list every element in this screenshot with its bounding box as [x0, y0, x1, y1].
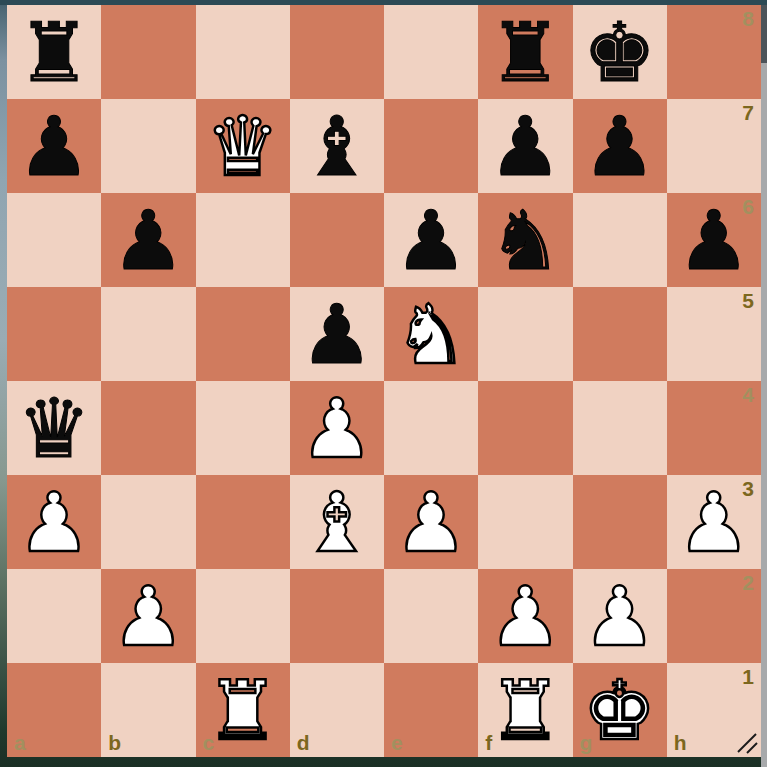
- square-c4[interactable]: [196, 381, 290, 475]
- square-g5[interactable]: [573, 287, 667, 381]
- square-f4[interactable]: [478, 381, 572, 475]
- square-f3[interactable]: [478, 475, 572, 569]
- piece-black-rook[interactable]: ♜: [17, 6, 91, 100]
- piece-black-king[interactable]: ♚: [583, 6, 657, 100]
- square-d8[interactable]: [290, 5, 384, 99]
- square-e6[interactable]: ♟: [384, 193, 478, 287]
- file-label-c: c: [203, 732, 215, 753]
- square-b7[interactable]: [101, 99, 195, 193]
- rank-label-5: 5: [742, 290, 754, 311]
- square-d1[interactable]: d: [290, 663, 384, 757]
- square-d2[interactable]: [290, 569, 384, 663]
- square-d7[interactable]: ♝: [290, 99, 384, 193]
- square-g6[interactable]: [573, 193, 667, 287]
- square-g7[interactable]: ♟: [573, 99, 667, 193]
- square-g8[interactable]: ♚: [573, 5, 667, 99]
- piece-black-queen[interactable]: ♛: [17, 382, 91, 476]
- piece-white-queen[interactable]: ♛: [206, 100, 280, 194]
- piece-black-pawn[interactable]: ♟: [489, 100, 563, 194]
- piece-black-pawn[interactable]: ♟: [300, 288, 374, 382]
- piece-white-pawn[interactable]: ♟: [112, 570, 186, 664]
- square-e7[interactable]: [384, 99, 478, 193]
- piece-white-pawn[interactable]: ♟: [489, 570, 563, 664]
- square-b3[interactable]: [101, 475, 195, 569]
- square-b1[interactable]: b: [101, 663, 195, 757]
- rank-label-3: 3: [742, 478, 754, 499]
- rank-label-8: 8: [742, 8, 754, 29]
- piece-white-bishop[interactable]: ♝: [300, 476, 374, 570]
- piece-black-pawn[interactable]: ♟: [677, 194, 751, 288]
- piece-black-knight[interactable]: ♞: [489, 194, 563, 288]
- square-g4[interactable]: [573, 381, 667, 475]
- square-d5[interactable]: ♟: [290, 287, 384, 381]
- square-a1[interactable]: a: [7, 663, 101, 757]
- square-b2[interactable]: ♟: [101, 569, 195, 663]
- square-h6[interactable]: ♟6: [667, 193, 761, 287]
- file-label-e: e: [391, 732, 403, 753]
- square-e8[interactable]: [384, 5, 478, 99]
- piece-black-rook[interactable]: ♜: [489, 6, 563, 100]
- piece-black-pawn[interactable]: ♟: [17, 100, 91, 194]
- square-a7[interactable]: ♟: [7, 99, 101, 193]
- square-b6[interactable]: ♟: [101, 193, 195, 287]
- square-f2[interactable]: ♟: [478, 569, 572, 663]
- square-e4[interactable]: [384, 381, 478, 475]
- square-h5[interactable]: 5: [667, 287, 761, 381]
- square-g2[interactable]: ♟: [573, 569, 667, 663]
- file-label-g: g: [580, 732, 593, 753]
- piece-white-pawn[interactable]: ♟: [583, 570, 657, 664]
- file-label-b: b: [108, 732, 121, 753]
- square-d3[interactable]: ♝: [290, 475, 384, 569]
- square-h2[interactable]: 2: [667, 569, 761, 663]
- scrollbar[interactable]: [761, 5, 767, 767]
- file-label-d: d: [297, 732, 310, 753]
- square-f5[interactable]: [478, 287, 572, 381]
- square-g1[interactable]: ♚g: [573, 663, 667, 757]
- rank-label-6: 6: [742, 196, 754, 217]
- piece-white-pawn[interactable]: ♟: [300, 382, 374, 476]
- square-h1[interactable]: h1: [667, 663, 761, 757]
- rank-label-1: 1: [742, 666, 754, 687]
- square-a5[interactable]: [7, 287, 101, 381]
- square-c1[interactable]: ♜c: [196, 663, 290, 757]
- square-f6[interactable]: ♞: [478, 193, 572, 287]
- square-c2[interactable]: [196, 569, 290, 663]
- square-b4[interactable]: [101, 381, 195, 475]
- square-h8[interactable]: 8: [667, 5, 761, 99]
- file-label-f: f: [485, 732, 492, 753]
- piece-white-pawn[interactable]: ♟: [17, 476, 91, 570]
- square-b5[interactable]: [101, 287, 195, 381]
- rank-label-4: 4: [742, 384, 754, 405]
- square-e1[interactable]: e: [384, 663, 478, 757]
- piece-black-pawn[interactable]: ♟: [394, 194, 468, 288]
- piece-black-bishop[interactable]: ♝: [300, 100, 374, 194]
- chess-board[interactable]: ♜♜♚8♟♛♝♟♟7♟♟♞♟6♟♞5♛♟4♟♝♟♟3♟♟♟2ab♜cde♜f♚g…: [7, 5, 761, 757]
- square-f7[interactable]: ♟: [478, 99, 572, 193]
- scrollbar-thumb[interactable]: [761, 5, 767, 63]
- square-h3[interactable]: ♟3: [667, 475, 761, 569]
- square-h4[interactable]: 4: [667, 381, 761, 475]
- square-h7[interactable]: 7: [667, 99, 761, 193]
- resize-handle-icon[interactable]: [735, 731, 759, 755]
- square-c3[interactable]: [196, 475, 290, 569]
- square-e2[interactable]: [384, 569, 478, 663]
- square-e3[interactable]: ♟: [384, 475, 478, 569]
- square-a8[interactable]: ♜: [7, 5, 101, 99]
- square-c8[interactable]: [196, 5, 290, 99]
- piece-black-pawn[interactable]: ♟: [112, 194, 186, 288]
- square-f1[interactable]: ♜f: [478, 663, 572, 757]
- square-a4[interactable]: ♛: [7, 381, 101, 475]
- piece-white-knight[interactable]: ♞: [394, 288, 468, 382]
- piece-white-pawn[interactable]: ♟: [394, 476, 468, 570]
- square-c6[interactable]: [196, 193, 290, 287]
- square-c5[interactable]: [196, 287, 290, 381]
- piece-white-king[interactable]: ♚: [583, 664, 657, 758]
- square-d4[interactable]: ♟: [290, 381, 384, 475]
- file-label-a: a: [14, 732, 26, 753]
- piece-white-pawn[interactable]: ♟: [677, 476, 751, 570]
- piece-white-rook[interactable]: ♜: [489, 664, 563, 758]
- square-b8[interactable]: [101, 5, 195, 99]
- square-d6[interactable]: [290, 193, 384, 287]
- piece-white-rook[interactable]: ♜: [206, 664, 280, 758]
- square-c7[interactable]: ♛: [196, 99, 290, 193]
- rank-label-2: 2: [742, 572, 754, 593]
- square-a6[interactable]: [7, 193, 101, 287]
- square-e5[interactable]: ♞: [384, 287, 478, 381]
- square-f8[interactable]: ♜: [478, 5, 572, 99]
- file-label-h: h: [674, 732, 687, 753]
- piece-black-pawn[interactable]: ♟: [583, 100, 657, 194]
- rank-label-7: 7: [742, 102, 754, 123]
- square-g3[interactable]: [573, 475, 667, 569]
- square-a3[interactable]: ♟: [7, 475, 101, 569]
- square-a2[interactable]: [7, 569, 101, 663]
